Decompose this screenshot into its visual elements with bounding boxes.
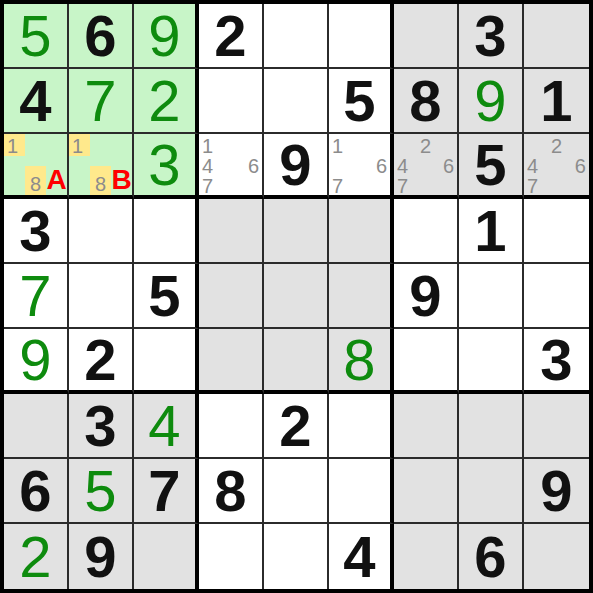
pencil-empty	[546, 156, 568, 176]
pencil-empty	[436, 134, 457, 156]
cell-r2c6[interactable]: 5	[329, 69, 394, 134]
pencil-empty	[241, 134, 262, 156]
cell-r7c8[interactable]	[459, 394, 524, 459]
pencil-mark-6: 6	[370, 156, 390, 176]
pencil-mark-4: 4	[524, 156, 546, 176]
cell-r3c3[interactable]: 3	[134, 134, 199, 199]
pencil-mark-6: 6	[436, 156, 457, 176]
cell-r6c8[interactable]	[459, 329, 524, 394]
pencil-mark-2: 2	[546, 134, 568, 156]
solved-digit: 4	[148, 397, 180, 455]
cell-r2c8[interactable]: 9	[459, 69, 524, 134]
cell-r6c6[interactable]: 8	[329, 329, 394, 394]
given-digit: 1	[474, 202, 506, 260]
cell-r8c3[interactable]: 7	[134, 459, 199, 524]
pencil-grid: 18A	[4, 134, 67, 195]
pencil-empty	[415, 156, 436, 176]
given-digit: 8	[214, 462, 246, 520]
cell-r8c8[interactable]	[459, 459, 524, 524]
cell-r1c2[interactable]: 6	[69, 4, 134, 69]
solved-digit: 7	[84, 72, 116, 130]
pencil-mark-1: 1	[329, 134, 349, 156]
pencil-grid: 2467	[394, 134, 457, 195]
cell-r3c8[interactable]: 5	[459, 134, 524, 199]
given-digit: 3	[474, 7, 506, 65]
cell-r5c2[interactable]	[69, 264, 134, 329]
pencil-mark-7: 7	[524, 176, 546, 197]
given-digit: 3	[84, 397, 116, 455]
pencil-empty	[329, 156, 349, 176]
cell-r4c5[interactable]	[264, 199, 329, 264]
pencil-mark-1: 1	[4, 134, 25, 156]
pencil-mark-4: 4	[394, 156, 415, 176]
cell-r2c2[interactable]: 7	[69, 69, 134, 134]
cell-r1c3[interactable]: 9	[134, 4, 199, 69]
given-digit: 2	[214, 7, 246, 65]
cell-r6c5[interactable]	[264, 329, 329, 394]
pencil-empty	[111, 134, 132, 156]
cell-r8c4[interactable]: 8	[199, 459, 264, 524]
given-digit: 8	[409, 72, 441, 130]
given-digit: 5	[474, 136, 506, 194]
cell-r5c7[interactable]: 9	[394, 264, 459, 329]
cell-r9c8[interactable]: 6	[459, 524, 524, 589]
cell-r4c7[interactable]	[394, 199, 459, 264]
pencil-grid: 167	[329, 134, 390, 195]
candidate-label-a: A	[46, 166, 67, 195]
given-digit: 4	[19, 72, 51, 130]
pencil-mark-6: 6	[241, 156, 262, 176]
cell-r4c8[interactable]: 1	[459, 199, 524, 264]
cell-r1c6[interactable]	[329, 4, 394, 69]
pencil-mark-7: 7	[394, 176, 415, 197]
given-digit: 9	[540, 462, 572, 520]
cell-r3c6[interactable]: 167	[329, 134, 394, 199]
cell-r9c4[interactable]	[199, 524, 264, 589]
cell-r6c9[interactable]: 3	[524, 329, 589, 394]
pencil-empty	[25, 134, 46, 156]
pencil-empty	[90, 134, 111, 156]
cell-r2c3[interactable]: 2	[134, 69, 199, 134]
cell-r8c5[interactable]	[264, 459, 329, 524]
pencil-empty	[349, 156, 369, 176]
cell-r3c9[interactable]: 2467	[524, 134, 589, 199]
cell-r6c7[interactable]	[394, 329, 459, 394]
cell-r5c5[interactable]	[264, 264, 329, 329]
pencil-empty	[25, 156, 46, 166]
cell-r4c6[interactable]	[329, 199, 394, 264]
solved-digit: 3	[148, 136, 180, 194]
solved-digit: 9	[474, 72, 506, 130]
cell-r8c1[interactable]: 6	[4, 459, 69, 524]
given-digit: 3	[540, 331, 572, 389]
given-digit: 7	[148, 462, 180, 520]
pencil-mark-7: 7	[329, 176, 349, 197]
cell-r1c7[interactable]	[394, 4, 459, 69]
cell-r5c3[interactable]: 5	[134, 264, 199, 329]
pencil-mark-8: 8	[90, 166, 111, 195]
pencil-empty	[4, 156, 25, 166]
cell-r7c5[interactable]: 2	[264, 394, 329, 459]
cell-r9c7[interactable]	[394, 524, 459, 589]
cell-r3c5[interactable]: 9	[264, 134, 329, 199]
cell-r9c2[interactable]: 9	[69, 524, 134, 589]
cell-r8c9[interactable]: 9	[524, 459, 589, 524]
cell-r5c9[interactable]	[524, 264, 589, 329]
cell-r2c1[interactable]: 4	[4, 69, 69, 134]
pencil-empty	[546, 176, 568, 197]
solved-digit: 5	[84, 462, 116, 520]
pencil-mark-7: 7	[199, 176, 220, 197]
pencil-mark-4: 4	[199, 156, 220, 176]
cell-r4c4[interactable]	[199, 199, 264, 264]
pencil-empty	[90, 156, 111, 166]
pencil-empty	[415, 176, 436, 197]
cell-r4c9[interactable]	[524, 199, 589, 264]
pencil-mark-8: 8	[25, 166, 46, 195]
given-digit: 5	[148, 267, 180, 325]
cell-r7c3[interactable]: 4	[134, 394, 199, 459]
solved-digit: 2	[19, 528, 51, 586]
cell-r9c9[interactable]	[524, 524, 589, 589]
pencil-empty	[69, 166, 90, 195]
pencil-empty	[370, 176, 390, 197]
cell-r5c4[interactable]	[199, 264, 264, 329]
cell-r2c7[interactable]: 8	[394, 69, 459, 134]
given-digit: 3	[19, 202, 51, 260]
cell-r3c1[interactable]: 18A	[4, 134, 69, 199]
cell-r1c9[interactable]	[524, 4, 589, 69]
given-digit: 5	[343, 72, 375, 130]
cell-r3c2[interactable]: 18B	[69, 134, 134, 199]
solved-digit: 7	[19, 267, 51, 325]
cell-r3c4[interactable]: 1467	[199, 134, 264, 199]
pencil-empty	[46, 134, 67, 156]
cell-r5c1[interactable]: 7	[4, 264, 69, 329]
cell-r6c1[interactable]: 9	[4, 329, 69, 394]
cell-r6c3[interactable]	[134, 329, 199, 394]
sudoku-board: 56923472589118A18B3146791672467524673175…	[0, 0, 593, 593]
cell-r5c8[interactable]	[459, 264, 524, 329]
pencil-empty	[436, 176, 457, 197]
pencil-empty	[241, 176, 262, 197]
given-digit: 9	[279, 136, 311, 194]
cell-r2c5[interactable]	[264, 69, 329, 134]
given-digit: 6	[19, 462, 51, 520]
cell-r3c7[interactable]: 2467	[394, 134, 459, 199]
cell-r4c1[interactable]: 3	[4, 199, 69, 264]
solved-digit: 5	[19, 7, 51, 65]
pencil-empty	[567, 134, 589, 156]
given-digit: 2	[279, 397, 311, 455]
pencil-grid: 1467	[199, 134, 262, 195]
given-digit: 1	[540, 72, 572, 130]
pencil-empty	[220, 176, 241, 197]
given-digit: 9	[409, 267, 441, 325]
pencil-empty	[69, 156, 90, 166]
cell-r6c2[interactable]: 2	[69, 329, 134, 394]
cell-r4c2[interactable]	[69, 199, 134, 264]
cell-r1c8[interactable]: 3	[459, 4, 524, 69]
cell-r4c3[interactable]	[134, 199, 199, 264]
cell-r7c4[interactable]	[199, 394, 264, 459]
solved-digit: 9	[148, 7, 180, 65]
cell-r2c4[interactable]	[199, 69, 264, 134]
cell-r1c5[interactable]	[264, 4, 329, 69]
cell-r8c7[interactable]	[394, 459, 459, 524]
cell-r6c4[interactable]	[199, 329, 264, 394]
cell-r7c2[interactable]: 3	[69, 394, 134, 459]
given-digit: 6	[84, 7, 116, 65]
given-digit: 9	[84, 528, 116, 586]
pencil-empty	[220, 156, 241, 176]
cell-r9c1[interactable]: 2	[4, 524, 69, 589]
cell-r1c1[interactable]: 5	[4, 4, 69, 69]
pencil-mark-6: 6	[567, 156, 589, 176]
cell-r9c3[interactable]	[134, 524, 199, 589]
given-digit: 2	[84, 331, 116, 389]
cell-r1c4[interactable]: 2	[199, 4, 264, 69]
pencil-empty	[394, 134, 415, 156]
pencil-grid: 18B	[69, 134, 132, 195]
cell-r8c2[interactable]: 5	[69, 459, 134, 524]
candidate-label-b: B	[111, 166, 132, 195]
pencil-empty	[524, 134, 546, 156]
cell-r7c9[interactable]	[524, 394, 589, 459]
pencil-empty	[370, 134, 390, 156]
solved-digit: 9	[19, 331, 51, 389]
pencil-empty	[349, 134, 369, 156]
pencil-mark-2: 2	[415, 134, 436, 156]
cell-r7c1[interactable]	[4, 394, 69, 459]
pencil-mark-1: 1	[69, 134, 90, 156]
given-digit: 4	[343, 528, 375, 586]
cell-r8c6[interactable]	[329, 459, 394, 524]
pencil-empty	[567, 176, 589, 197]
pencil-grid: 2467	[524, 134, 589, 195]
given-digit: 6	[474, 528, 506, 586]
pencil-mark-1: 1	[199, 134, 220, 156]
cell-r5c6[interactable]	[329, 264, 394, 329]
solved-digit: 2	[148, 72, 180, 130]
pencil-empty	[220, 134, 241, 156]
pencil-empty	[349, 176, 369, 197]
cell-r9c6[interactable]: 4	[329, 524, 394, 589]
cell-r7c6[interactable]	[329, 394, 394, 459]
cell-r9c5[interactable]	[264, 524, 329, 589]
cell-r7c7[interactable]	[394, 394, 459, 459]
cell-r2c9[interactable]: 1	[524, 69, 589, 134]
pencil-empty	[4, 166, 25, 195]
solved-digit: 8	[343, 331, 375, 389]
